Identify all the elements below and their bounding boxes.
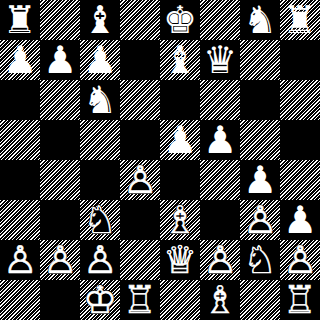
piece-black-pawn[interactable]: ♟ — [40, 40, 80, 80]
piece-outline-layer: ♙ — [40, 240, 80, 280]
square-h3[interactable]: ♟ — [280, 200, 320, 240]
piece-black-king[interactable]: ♚ — [160, 0, 200, 40]
square-b2[interactable]: ♟♙ — [40, 240, 80, 280]
piece-outline-layer: ♙ — [120, 160, 160, 200]
square-f6[interactable] — [200, 80, 240, 120]
square-d2[interactable] — [120, 240, 160, 280]
piece-outline-layer: ♖ — [120, 280, 160, 320]
square-c5[interactable] — [80, 120, 120, 160]
square-a7[interactable]: ♟ — [0, 40, 40, 80]
square-e8[interactable]: ♚ — [160, 0, 200, 40]
piece-white-pawn[interactable]: ♟♙ — [280, 240, 320, 280]
square-a5[interactable] — [0, 120, 40, 160]
square-e4[interactable] — [160, 160, 200, 200]
piece-white-knight[interactable]: ♞♘ — [80, 200, 120, 240]
square-g6[interactable] — [240, 80, 280, 120]
square-f2[interactable]: ♟♙ — [200, 240, 240, 280]
piece-white-bishop[interactable]: ♝♗ — [200, 280, 240, 320]
piece-white-bishop[interactable]: ♝♗ — [160, 200, 200, 240]
square-d8[interactable] — [120, 0, 160, 40]
square-a3[interactable] — [0, 200, 40, 240]
piece-black-bishop[interactable]: ♝ — [160, 40, 200, 80]
piece-white-pawn[interactable]: ♟♙ — [40, 240, 80, 280]
piece-black-pawn[interactable]: ♟ — [80, 40, 120, 80]
piece-black-pawn[interactable]: ♟ — [280, 200, 320, 240]
square-b8[interactable] — [40, 0, 80, 40]
square-h2[interactable]: ♟♙ — [280, 240, 320, 280]
square-g2[interactable]: ♞♘ — [240, 240, 280, 280]
piece-black-knight[interactable]: ♞ — [240, 0, 280, 40]
square-h1[interactable]: ♜♖ — [280, 280, 320, 320]
square-g1[interactable] — [240, 280, 280, 320]
square-g3[interactable]: ♟♙ — [240, 200, 280, 240]
piece-outline-layer: ♘ — [80, 200, 120, 240]
square-b6[interactable] — [40, 80, 80, 120]
square-d6[interactable] — [120, 80, 160, 120]
square-h7[interactable] — [280, 40, 320, 80]
square-c8[interactable]: ♝ — [80, 0, 120, 40]
square-c7[interactable]: ♟ — [80, 40, 120, 80]
square-d1[interactable]: ♜♖ — [120, 280, 160, 320]
square-c1[interactable]: ♚♔ — [80, 280, 120, 320]
square-d5[interactable] — [120, 120, 160, 160]
piece-white-pawn[interactable]: ♟♙ — [80, 240, 120, 280]
piece-white-queen[interactable]: ♛♕ — [160, 240, 200, 280]
piece-white-pawn[interactable]: ♟♙ — [240, 200, 280, 240]
piece-outline-layer: ♘ — [240, 240, 280, 280]
piece-outline-layer: ♗ — [160, 200, 200, 240]
square-f7[interactable]: ♛ — [200, 40, 240, 80]
square-b4[interactable] — [40, 160, 80, 200]
square-h4[interactable] — [280, 160, 320, 200]
piece-white-rook[interactable]: ♜♖ — [120, 280, 160, 320]
piece-white-king[interactable]: ♚♔ — [80, 280, 120, 320]
piece-outline-layer: ♙ — [0, 240, 40, 280]
square-c6[interactable]: ♞ — [80, 80, 120, 120]
piece-black-bishop[interactable]: ♝ — [80, 0, 120, 40]
piece-outline-layer: ♙ — [80, 240, 120, 280]
square-e1[interactable] — [160, 280, 200, 320]
piece-outline-layer: ♔ — [80, 280, 120, 320]
square-d4[interactable]: ♟♙ — [120, 160, 160, 200]
piece-white-pawn[interactable]: ♟♙ — [120, 160, 160, 200]
square-a4[interactable] — [0, 160, 40, 200]
piece-black-pawn[interactable]: ♟ — [160, 120, 200, 160]
square-f4[interactable] — [200, 160, 240, 200]
piece-black-pawn[interactable]: ♟ — [200, 120, 240, 160]
square-g5[interactable] — [240, 120, 280, 160]
square-c2[interactable]: ♟♙ — [80, 240, 120, 280]
piece-white-knight[interactable]: ♞♘ — [240, 240, 280, 280]
square-e2[interactable]: ♛♕ — [160, 240, 200, 280]
piece-outline-layer: ♕ — [160, 240, 200, 280]
piece-black-knight[interactable]: ♞ — [80, 80, 120, 120]
piece-white-rook[interactable]: ♜♖ — [280, 280, 320, 320]
piece-black-rook[interactable]: ♜ — [0, 0, 40, 40]
square-f3[interactable] — [200, 200, 240, 240]
square-b3[interactable] — [40, 200, 80, 240]
square-a1[interactable] — [0, 280, 40, 320]
square-c4[interactable] — [80, 160, 120, 200]
square-a8[interactable]: ♜ — [0, 0, 40, 40]
piece-outline-layer: ♙ — [200, 240, 240, 280]
square-h8[interactable]: ♜ — [280, 0, 320, 40]
square-e5[interactable]: ♟ — [160, 120, 200, 160]
piece-outline-layer: ♙ — [240, 200, 280, 240]
square-e7[interactable]: ♝ — [160, 40, 200, 80]
piece-outline-layer: ♙ — [280, 240, 320, 280]
square-h6[interactable] — [280, 80, 320, 120]
square-c3[interactable]: ♞♘ — [80, 200, 120, 240]
piece-black-pawn[interactable]: ♟ — [240, 160, 280, 200]
square-f5[interactable]: ♟ — [200, 120, 240, 160]
square-e6[interactable] — [160, 80, 200, 120]
square-b7[interactable]: ♟ — [40, 40, 80, 80]
square-f8[interactable] — [200, 0, 240, 40]
piece-black-rook[interactable]: ♜ — [280, 0, 320, 40]
piece-black-pawn[interactable]: ♟ — [0, 40, 40, 80]
piece-black-queen[interactable]: ♛ — [200, 40, 240, 80]
square-a6[interactable] — [0, 80, 40, 120]
square-b1[interactable] — [40, 280, 80, 320]
square-f1[interactable]: ♝♗ — [200, 280, 240, 320]
square-g4[interactable]: ♟ — [240, 160, 280, 200]
chess-board: ♜♝♚♞♜♟♟♟♝♛♞♟♟♟♙♟♞♘♝♗♟♙♟♟♙♟♙♟♙♛♕♟♙♞♘♟♙♚♔♜… — [0, 0, 320, 320]
square-g8[interactable]: ♞ — [240, 0, 280, 40]
piece-outline-layer: ♗ — [200, 280, 240, 320]
square-d7[interactable] — [120, 40, 160, 80]
square-b5[interactable] — [40, 120, 80, 160]
piece-white-pawn[interactable]: ♟♙ — [200, 240, 240, 280]
square-a2[interactable]: ♟♙ — [0, 240, 40, 280]
piece-white-pawn[interactable]: ♟♙ — [0, 240, 40, 280]
piece-outline-layer: ♖ — [280, 280, 320, 320]
square-e3[interactable]: ♝♗ — [160, 200, 200, 240]
square-h5[interactable] — [280, 120, 320, 160]
square-g7[interactable] — [240, 40, 280, 80]
square-d3[interactable] — [120, 200, 160, 240]
